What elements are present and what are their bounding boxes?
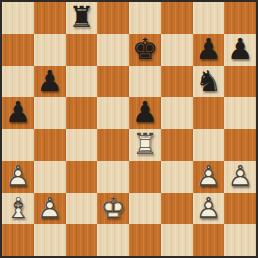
square-a4[interactable]: [2, 129, 34, 161]
knight-icon: ♞: [193, 66, 225, 98]
white-pawn[interactable]: ♟♙: [34, 193, 66, 225]
white-pawn[interactable]: ♟♙: [193, 193, 225, 225]
square-d2[interactable]: ♚♔: [97, 193, 129, 225]
white-bishop[interactable]: ♝♗: [2, 193, 34, 225]
pawn-icon: ♟: [224, 34, 256, 66]
square-b7[interactable]: [34, 34, 66, 66]
square-a1[interactable]: [2, 224, 34, 256]
square-b8[interactable]: [34, 2, 66, 34]
square-a7[interactable]: [2, 34, 34, 66]
white-king[interactable]: ♚♔: [97, 193, 129, 225]
pawn-outline-icon: ♙: [2, 161, 34, 193]
square-b6[interactable]: ♟: [34, 66, 66, 98]
square-f6[interactable]: [161, 66, 193, 98]
black-pawn[interactable]: ♟: [193, 34, 225, 66]
square-c1[interactable]: [66, 224, 98, 256]
square-b1[interactable]: [34, 224, 66, 256]
square-a3[interactable]: ♟♙: [2, 161, 34, 193]
square-c4[interactable]: [66, 129, 98, 161]
square-d5[interactable]: [97, 97, 129, 129]
king-outline-icon: ♔: [97, 193, 129, 225]
square-d8[interactable]: [97, 2, 129, 34]
black-pawn[interactable]: ♟: [129, 97, 161, 129]
pawn-outline-icon: ♙: [34, 193, 66, 225]
square-e1[interactable]: [129, 224, 161, 256]
square-c7[interactable]: [66, 34, 98, 66]
square-d6[interactable]: [97, 66, 129, 98]
pawn-icon: ♟: [193, 34, 225, 66]
square-e3[interactable]: [129, 161, 161, 193]
square-e8[interactable]: [129, 2, 161, 34]
square-f8[interactable]: [161, 2, 193, 34]
white-rook[interactable]: ♜♖: [129, 129, 161, 161]
square-e5[interactable]: ♟: [129, 97, 161, 129]
chess-board: ♜♚♟♟♟♞♟♟♜♖♟♙♟♙♟♙♝♗♟♙♚♔♟♙: [0, 0, 258, 258]
pawn-outline-icon: ♙: [193, 161, 225, 193]
rook-outline-icon: ♖: [129, 129, 161, 161]
square-f1[interactable]: [161, 224, 193, 256]
square-a6[interactable]: [2, 66, 34, 98]
black-pawn[interactable]: ♟: [34, 66, 66, 98]
square-b4[interactable]: [34, 129, 66, 161]
square-f2[interactable]: [161, 193, 193, 225]
square-a8[interactable]: [2, 2, 34, 34]
square-c8[interactable]: ♜: [66, 2, 98, 34]
rook-icon: ♜: [66, 2, 98, 34]
square-h7[interactable]: ♟: [224, 34, 256, 66]
white-pawn[interactable]: ♟♙: [193, 161, 225, 193]
square-b2[interactable]: ♟♙: [34, 193, 66, 225]
square-a2[interactable]: ♝♗: [2, 193, 34, 225]
square-h1[interactable]: [224, 224, 256, 256]
square-e2[interactable]: [129, 193, 161, 225]
pawn-icon: ♟: [2, 97, 34, 129]
square-h5[interactable]: [224, 97, 256, 129]
bishop-outline-icon: ♗: [2, 193, 34, 225]
black-knight[interactable]: ♞: [193, 66, 225, 98]
square-h8[interactable]: [224, 2, 256, 34]
black-pawn[interactable]: ♟: [2, 97, 34, 129]
square-h2[interactable]: [224, 193, 256, 225]
square-e4[interactable]: ♜♖: [129, 129, 161, 161]
square-g4[interactable]: [193, 129, 225, 161]
square-a5[interactable]: ♟: [2, 97, 34, 129]
square-d3[interactable]: [97, 161, 129, 193]
pawn-icon: ♟: [34, 66, 66, 98]
square-h3[interactable]: ♟♙: [224, 161, 256, 193]
square-b3[interactable]: [34, 161, 66, 193]
square-d7[interactable]: [97, 34, 129, 66]
pawn-outline-icon: ♙: [193, 193, 225, 225]
square-e6[interactable]: [129, 66, 161, 98]
square-f4[interactable]: [161, 129, 193, 161]
king-icon: ♚: [129, 34, 161, 66]
square-g2[interactable]: ♟♙: [193, 193, 225, 225]
square-c2[interactable]: [66, 193, 98, 225]
square-h4[interactable]: [224, 129, 256, 161]
black-pawn[interactable]: ♟: [224, 34, 256, 66]
square-b5[interactable]: [34, 97, 66, 129]
black-rook[interactable]: ♜: [66, 2, 98, 34]
pawn-icon: ♟: [129, 97, 161, 129]
square-d1[interactable]: [97, 224, 129, 256]
square-e7[interactable]: ♚: [129, 34, 161, 66]
square-g5[interactable]: [193, 97, 225, 129]
square-g6[interactable]: ♞: [193, 66, 225, 98]
board-grid: ♜♚♟♟♟♞♟♟♜♖♟♙♟♙♟♙♝♗♟♙♚♔♟♙: [2, 2, 256, 256]
white-pawn[interactable]: ♟♙: [2, 161, 34, 193]
square-c6[interactable]: [66, 66, 98, 98]
pawn-outline-icon: ♙: [224, 161, 256, 193]
square-c5[interactable]: [66, 97, 98, 129]
square-f3[interactable]: [161, 161, 193, 193]
square-g3[interactable]: ♟♙: [193, 161, 225, 193]
white-pawn[interactable]: ♟♙: [224, 161, 256, 193]
square-g8[interactable]: [193, 2, 225, 34]
square-f7[interactable]: [161, 34, 193, 66]
square-g7[interactable]: ♟: [193, 34, 225, 66]
square-h6[interactable]: [224, 66, 256, 98]
square-f5[interactable]: [161, 97, 193, 129]
square-g1[interactable]: [193, 224, 225, 256]
square-d4[interactable]: [97, 129, 129, 161]
square-c3[interactable]: [66, 161, 98, 193]
black-king[interactable]: ♚: [129, 34, 161, 66]
